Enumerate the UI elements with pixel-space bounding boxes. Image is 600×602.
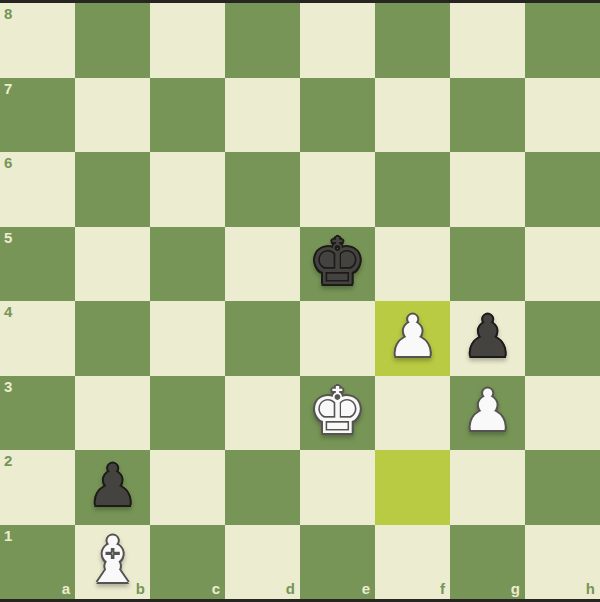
square-b3[interactable] [75,376,150,451]
square-b6[interactable] [75,152,150,227]
square-g6[interactable] [450,152,525,227]
rank-label-6: 6 [4,155,12,170]
square-e5[interactable]: ♚ [300,227,375,302]
square-a4[interactable]: 4 [0,301,75,376]
square-e3[interactable]: ♚ [300,376,375,451]
rank-label-7: 7 [4,81,12,96]
square-f3[interactable] [375,376,450,451]
square-f1[interactable]: f [375,525,450,600]
square-c5[interactable] [150,227,225,302]
square-d3[interactable] [225,376,300,451]
square-d1[interactable]: d [225,525,300,600]
rank-label-3: 3 [4,379,12,394]
square-c7[interactable] [150,78,225,153]
rank-label-2: 2 [4,453,12,468]
white-bishop-b1[interactable]: ♝ [84,528,141,592]
square-e1[interactable]: e [300,525,375,600]
square-a8[interactable]: 8 [0,3,75,78]
square-g7[interactable] [450,78,525,153]
square-f4[interactable]: ♟ [375,301,450,376]
square-g8[interactable] [450,3,525,78]
file-label-h: h [586,581,595,596]
square-e7[interactable] [300,78,375,153]
square-h2[interactable] [525,450,600,525]
square-h8[interactable] [525,3,600,78]
rank-label-1: 1 [4,528,12,543]
square-d6[interactable] [225,152,300,227]
square-f8[interactable] [375,3,450,78]
square-h5[interactable] [525,227,600,302]
white-pawn-g3[interactable]: ♟ [462,382,513,439]
square-c2[interactable] [150,450,225,525]
square-b2[interactable]: ♟ [75,450,150,525]
square-g2[interactable] [450,450,525,525]
square-b8[interactable] [75,3,150,78]
square-d7[interactable] [225,78,300,153]
black-king-e5[interactable]: ♚ [309,230,366,294]
square-d5[interactable] [225,227,300,302]
file-label-g: g [511,581,520,596]
square-a5[interactable]: 5 [0,227,75,302]
square-h4[interactable] [525,301,600,376]
square-h1[interactable]: h [525,525,600,600]
square-c4[interactable] [150,301,225,376]
square-h7[interactable] [525,78,600,153]
file-label-c: c [212,581,220,596]
square-a1[interactable]: 1a [0,525,75,600]
chess-app-screen: 8765♚4♟♟3♚♟2♟1ab♝cdefgh [0,0,600,602]
square-a3[interactable]: 3 [0,376,75,451]
square-a6[interactable]: 6 [0,152,75,227]
file-label-f: f [440,581,445,596]
square-c6[interactable] [150,152,225,227]
square-f6[interactable] [375,152,450,227]
chess-board: 8765♚4♟♟3♚♟2♟1ab♝cdefgh [0,3,600,599]
square-g3[interactable]: ♟ [450,376,525,451]
square-c3[interactable] [150,376,225,451]
square-h3[interactable] [525,376,600,451]
file-label-d: d [286,581,295,596]
square-g5[interactable] [450,227,525,302]
file-label-a: a [62,581,70,596]
square-a2[interactable]: 2 [0,450,75,525]
square-c8[interactable] [150,3,225,78]
white-king-e3[interactable]: ♚ [309,379,366,443]
square-d4[interactable] [225,301,300,376]
square-g4[interactable]: ♟ [450,301,525,376]
rank-label-8: 8 [4,6,12,21]
black-pawn-b2[interactable]: ♟ [87,457,138,514]
square-a7[interactable]: 7 [0,78,75,153]
square-f5[interactable] [375,227,450,302]
rank-label-5: 5 [4,230,12,245]
file-label-e: e [362,581,370,596]
square-c1[interactable]: c [150,525,225,600]
square-d2[interactable] [225,450,300,525]
square-b5[interactable] [75,227,150,302]
square-f2[interactable] [375,450,450,525]
square-b4[interactable] [75,301,150,376]
rank-label-4: 4 [4,304,12,319]
square-e8[interactable] [300,3,375,78]
square-d8[interactable] [225,3,300,78]
square-b1[interactable]: b♝ [75,525,150,600]
square-b7[interactable] [75,78,150,153]
white-pawn-f4[interactable]: ♟ [387,308,438,365]
square-h6[interactable] [525,152,600,227]
square-f7[interactable] [375,78,450,153]
square-e4[interactable] [300,301,375,376]
square-e6[interactable] [300,152,375,227]
square-e2[interactable] [300,450,375,525]
square-g1[interactable]: g [450,525,525,600]
black-pawn-g4[interactable]: ♟ [462,308,513,365]
